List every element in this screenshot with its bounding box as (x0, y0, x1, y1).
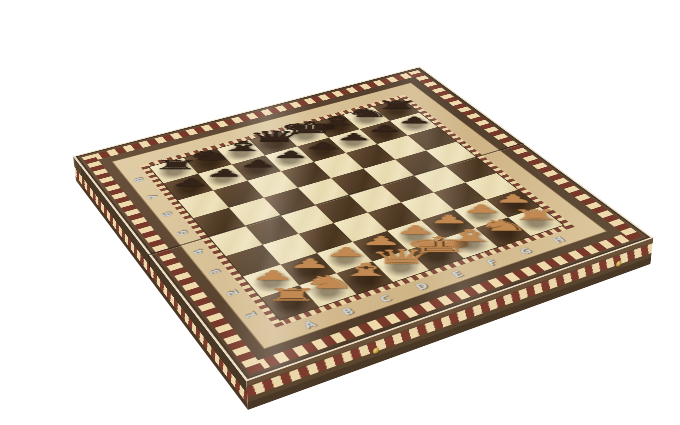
file-label-a: A (283, 311, 336, 338)
square-g1[interactable] (475, 217, 530, 247)
square-f3[interactable] (401, 192, 454, 220)
piece-shadow (355, 233, 407, 262)
square-c1[interactable] (336, 261, 393, 294)
piece-white-rook[interactable]: ♜ (255, 286, 328, 303)
rank-label-2: 2 (216, 283, 249, 303)
square-b3[interactable] (263, 234, 317, 265)
piece-white-pawn[interactable]: ♟ (347, 234, 415, 247)
file-label-f: F (468, 251, 517, 275)
piece-shadow (245, 267, 298, 298)
square-d2[interactable] (353, 231, 408, 262)
file-label-b: B (322, 299, 374, 326)
file-label-d: D (397, 274, 448, 299)
piece-shadow (264, 287, 319, 320)
outer-mosaic-border (244, 230, 643, 374)
square-c4[interactable] (281, 205, 334, 234)
square-a4[interactable] (209, 226, 262, 256)
piece-white-pawn[interactable]: ♟ (237, 268, 309, 282)
rank-label-5: 5 (168, 224, 198, 241)
piece-white-bishop[interactable]: ♝ (436, 227, 505, 244)
piece-shadow (302, 275, 356, 307)
piece-shadow (410, 241, 463, 271)
piece-white-queen[interactable]: ♛ (367, 246, 437, 266)
square-e2[interactable] (387, 220, 442, 250)
square-e1[interactable] (408, 239, 464, 270)
piece-white-pawn[interactable]: ♟ (311, 245, 380, 258)
file-label-h: H (535, 229, 583, 252)
square-c2[interactable] (317, 242, 372, 273)
square-a5[interactable] (193, 208, 245, 237)
chess-set-photo: ABCDEFGH12345678 ♜♞♝♛♚♝♞♜♟♟♟♟♟♟♟♟♟♟♟♟♟♟♟… (0, 0, 680, 425)
square-e3[interactable] (368, 202, 421, 231)
file-label-c: C (360, 286, 411, 312)
square-a2[interactable] (243, 265, 299, 298)
square-a1[interactable] (261, 285, 319, 320)
file-label-g: G (502, 240, 551, 263)
rank-label-1: 1 (234, 305, 268, 326)
rank-label-3: 3 (199, 263, 231, 282)
brass-pin (616, 260, 622, 267)
piece-shadow (283, 255, 336, 286)
square-c3[interactable] (299, 223, 353, 253)
perspective-wrapper: ABCDEFGH12345678 ♜♞♝♛♚♝♞♜♟♟♟♟♟♟♟♟♟♟♟♟♟♟♟… (0, 0, 680, 425)
rank-label-4: 4 (183, 243, 214, 261)
square-d4[interactable] (315, 195, 367, 223)
piece-shadow (390, 222, 442, 250)
piece-white-king[interactable]: ♚ (402, 234, 471, 255)
piece-shadow (339, 263, 393, 294)
square-b1[interactable] (299, 273, 356, 307)
square-b4[interactable] (245, 215, 298, 244)
square-a3[interactable] (226, 245, 281, 277)
chess-board: ABCDEFGH12345678 ♜♞♝♛♚♝♞♜♟♟♟♟♟♟♟♟♟♟♟♟♟♟♟… (73, 66, 653, 381)
pieces-layer: ♜♞♝♛♚♝♞♜♟♟♟♟♟♟♟♟♟♟♟♟♟♟♟♟♜♞♝♛♚♝♞♜ (73, 66, 420, 156)
square-d3[interactable] (334, 213, 388, 242)
piece-white-knight[interactable]: ♞ (293, 273, 365, 291)
piece-white-bishop[interactable]: ♝ (331, 261, 401, 279)
piece-shadow (375, 252, 429, 282)
file-label-e: E (433, 262, 483, 287)
piece-white-pawn[interactable]: ♟ (274, 257, 344, 270)
piece-black-pawn[interactable]: ♟ (157, 177, 223, 188)
square-b5[interactable] (229, 198, 281, 226)
board-top-face: ABCDEFGH12345678 ♜♞♝♛♚♝♞♜♟♟♟♟♟♟♟♟♟♟♟♟♟♟♟… (73, 66, 653, 381)
piece-shadow (478, 219, 531, 247)
rank-label-6: 6 (153, 206, 183, 222)
inner-mosaic-border (272, 223, 575, 328)
square-d1[interactable] (372, 250, 429, 282)
brass-pin (373, 347, 379, 355)
piece-shadow (319, 244, 372, 274)
square-b2[interactable] (281, 253, 337, 285)
